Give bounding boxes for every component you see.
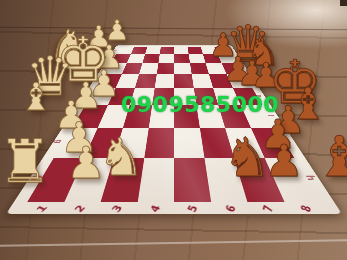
rank-number-label: 5 (183, 202, 201, 216)
file-letter-label-right: f (265, 115, 275, 117)
floor-plank-seam (0, 27, 347, 31)
rank-number-label: 3 (107, 202, 126, 216)
file-letter-label-left: g (52, 140, 65, 144)
file-letter-label-left: b (107, 58, 114, 59)
file-letter-label-left: h (28, 175, 44, 180)
rank-number-label: 8 (297, 202, 313, 216)
file-letter-label-right: g (281, 140, 294, 144)
chess-set-photo: 12345678aabbccddeeffgghh ♟♟♞♛♟♞♟♚♟♟♟♛♚♟♟… (0, 0, 347, 260)
brown-bishop: ♝ (314, 129, 347, 185)
cream-bishop: ♝ (19, 78, 53, 116)
floor-plank-seam (0, 239, 347, 247)
brown-knight: ♞ (246, 33, 280, 71)
rank-number-label: 4 (145, 202, 164, 216)
brown-king: ♚ (268, 52, 322, 112)
file-letter-label-left: f (69, 115, 79, 117)
file-letter-label-right: a (228, 50, 234, 51)
file-letter-label-right: e (255, 95, 264, 97)
file-letter-label-left: c (100, 68, 107, 69)
file-letter-label-right: b (233, 58, 240, 59)
chess-board: 12345678aabbccddeeffgghh (6, 45, 342, 214)
brown-bishop: ♝ (288, 82, 327, 126)
rank-number-label: 1 (31, 202, 52, 216)
file-letter-label-right: d (246, 80, 254, 82)
file-letter-label-left: d (92, 80, 100, 82)
cream-queen: ♛ (26, 50, 74, 104)
rank-number-label: 6 (221, 202, 238, 216)
board-coordinates: 12345678aabbccddeeffgghh (6, 45, 342, 214)
cream-pawn: ♟ (86, 22, 113, 52)
background-object (340, 0, 347, 6)
file-letter-label-right: h (302, 175, 318, 180)
cream-knight: ♞ (49, 24, 85, 64)
rank-number-label: 2 (69, 202, 89, 216)
file-letter-label-right: c (239, 68, 246, 69)
rank-number-label: 7 (259, 202, 275, 216)
file-letter-label-left: a (113, 50, 119, 51)
cream-pawn: ♟ (104, 17, 129, 45)
file-letter-label-left: e (82, 95, 91, 97)
